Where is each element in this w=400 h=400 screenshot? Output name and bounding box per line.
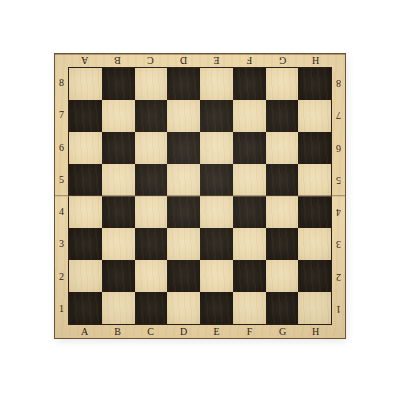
square-a3[interactable]	[69, 228, 102, 260]
square-f7[interactable]	[233, 100, 266, 132]
square-h4[interactable]	[298, 196, 331, 228]
square-a5[interactable]	[69, 164, 102, 196]
rank-label-left-1: 1	[55, 293, 68, 325]
square-e1[interactable]	[200, 292, 233, 324]
square-a2[interactable]	[69, 260, 102, 292]
square-d5[interactable]	[167, 164, 200, 196]
square-f1[interactable]	[233, 292, 266, 324]
square-c4[interactable]	[135, 196, 168, 228]
square-c3[interactable]	[135, 228, 168, 260]
file-labels-bottom: ABCDEFGH	[68, 325, 332, 338]
square-e6[interactable]	[200, 132, 233, 164]
square-d1[interactable]	[167, 292, 200, 324]
square-e3[interactable]	[200, 228, 233, 260]
square-g7[interactable]	[266, 100, 299, 132]
square-d3[interactable]	[167, 228, 200, 260]
rank-label-left-7: 7	[55, 99, 68, 131]
square-b6[interactable]	[102, 132, 135, 164]
square-c1[interactable]	[135, 292, 168, 324]
square-g1[interactable]	[266, 292, 299, 324]
square-b2[interactable]	[102, 260, 135, 292]
square-b3[interactable]	[102, 228, 135, 260]
square-h6[interactable]	[298, 132, 331, 164]
board-fold-seam	[55, 195, 345, 197]
square-d7[interactable]	[167, 100, 200, 132]
file-label-top-a: A	[68, 54, 101, 67]
square-b8[interactable]	[102, 68, 135, 100]
square-g5[interactable]	[266, 164, 299, 196]
rank-label-right-7: 7	[332, 99, 345, 131]
chessboard: ABCDEFGH ABCDEFGH 87654321 87654321	[55, 54, 345, 338]
rank-label-left-3: 3	[55, 228, 68, 260]
file-label-bottom-d: D	[167, 325, 200, 338]
square-h8[interactable]	[298, 68, 331, 100]
rank-label-right-8: 8	[332, 67, 345, 99]
square-g6[interactable]	[266, 132, 299, 164]
file-label-bottom-h: H	[299, 325, 332, 338]
square-f6[interactable]	[233, 132, 266, 164]
file-label-bottom-g: G	[266, 325, 299, 338]
rank-label-left-4: 4	[55, 196, 68, 228]
file-label-bottom-b: B	[101, 325, 134, 338]
square-g3[interactable]	[266, 228, 299, 260]
square-a7[interactable]	[69, 100, 102, 132]
square-c7[interactable]	[135, 100, 168, 132]
square-e7[interactable]	[200, 100, 233, 132]
square-b7[interactable]	[102, 100, 135, 132]
square-d6[interactable]	[167, 132, 200, 164]
square-b4[interactable]	[102, 196, 135, 228]
file-label-bottom-e: E	[200, 325, 233, 338]
square-c2[interactable]	[135, 260, 168, 292]
square-b5[interactable]	[102, 164, 135, 196]
square-h3[interactable]	[298, 228, 331, 260]
rank-label-right-6: 6	[332, 132, 345, 164]
square-h2[interactable]	[298, 260, 331, 292]
rank-label-left-5: 5	[55, 164, 68, 196]
square-a8[interactable]	[69, 68, 102, 100]
square-b1[interactable]	[102, 292, 135, 324]
rank-label-right-5: 5	[332, 164, 345, 196]
rank-label-right-1: 1	[332, 293, 345, 325]
square-d4[interactable]	[167, 196, 200, 228]
square-f3[interactable]	[233, 228, 266, 260]
square-g2[interactable]	[266, 260, 299, 292]
file-label-top-d: D	[167, 54, 200, 67]
square-f4[interactable]	[233, 196, 266, 228]
square-h1[interactable]	[298, 292, 331, 324]
square-f5[interactable]	[233, 164, 266, 196]
square-a6[interactable]	[69, 132, 102, 164]
square-g4[interactable]	[266, 196, 299, 228]
file-label-top-g: G	[266, 54, 299, 67]
file-label-top-f: F	[233, 54, 266, 67]
square-a4[interactable]	[69, 196, 102, 228]
square-h5[interactable]	[298, 164, 331, 196]
square-a1[interactable]	[69, 292, 102, 324]
square-e4[interactable]	[200, 196, 233, 228]
file-label-bottom-c: C	[134, 325, 167, 338]
file-label-top-b: B	[101, 54, 134, 67]
square-c6[interactable]	[135, 132, 168, 164]
square-d8[interactable]	[167, 68, 200, 100]
file-labels-top: ABCDEFGH	[68, 54, 332, 67]
square-f8[interactable]	[233, 68, 266, 100]
file-label-top-c: C	[134, 54, 167, 67]
square-g8[interactable]	[266, 68, 299, 100]
rank-label-left-8: 8	[55, 67, 68, 99]
file-label-top-e: E	[200, 54, 233, 67]
rank-label-left-6: 6	[55, 132, 68, 164]
rank-label-right-2: 2	[332, 261, 345, 293]
square-e2[interactable]	[200, 260, 233, 292]
square-c8[interactable]	[135, 68, 168, 100]
rank-label-right-3: 3	[332, 228, 345, 260]
square-d2[interactable]	[167, 260, 200, 292]
rank-label-right-4: 4	[332, 196, 345, 228]
square-h7[interactable]	[298, 100, 331, 132]
rank-label-left-2: 2	[55, 261, 68, 293]
square-e8[interactable]	[200, 68, 233, 100]
file-label-top-h: H	[299, 54, 332, 67]
square-c5[interactable]	[135, 164, 168, 196]
photo-background: ABCDEFGH ABCDEFGH 87654321 87654321	[0, 0, 400, 400]
square-f2[interactable]	[233, 260, 266, 292]
file-label-bottom-a: A	[68, 325, 101, 338]
file-label-bottom-f: F	[233, 325, 266, 338]
square-e5[interactable]	[200, 164, 233, 196]
